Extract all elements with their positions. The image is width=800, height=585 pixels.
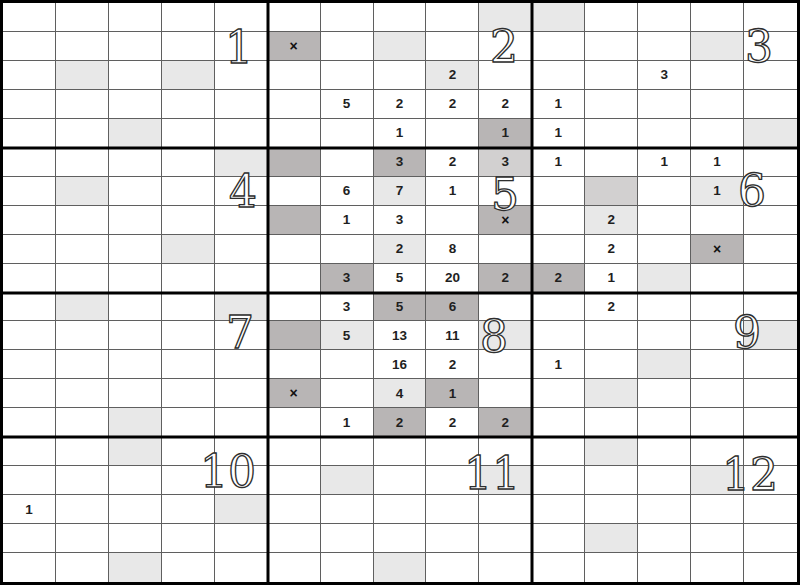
- cell-r7-c2[interactable]: [56, 177, 109, 206]
- cell-r15-c5[interactable]: [215, 408, 268, 437]
- cell-r20-c15[interactable]: [744, 553, 797, 582]
- cell-r18-c7[interactable]: [321, 495, 374, 524]
- cell-r4-c3[interactable]: [109, 90, 162, 119]
- cell-r1-c8[interactable]: [374, 3, 427, 32]
- cell-r1-c11[interactable]: [532, 3, 585, 32]
- cell-r18-c14[interactable]: [691, 495, 744, 524]
- cell-r8-c13[interactable]: [638, 206, 691, 235]
- cell-r8-c12[interactable]: 2: [585, 206, 638, 235]
- cell-r13-c9[interactable]: 2: [426, 350, 479, 379]
- cell-r16-c3[interactable]: [109, 437, 162, 466]
- cell-r11-c10[interactable]: [479, 293, 532, 322]
- cell-r6-c9[interactable]: 2: [426, 148, 479, 177]
- cell-r4-c1[interactable]: [3, 90, 56, 119]
- cell-r19-c3[interactable]: [109, 524, 162, 553]
- cell-r3-c9[interactable]: 2: [426, 61, 479, 90]
- cell-r15-c9[interactable]: 2: [426, 408, 479, 437]
- cell-r12-c6[interactable]: [268, 321, 321, 350]
- cell-r7-c14[interactable]: 1: [691, 177, 744, 206]
- cell-r7-c8[interactable]: 7: [374, 177, 427, 206]
- cell-r19-c11[interactable]: [532, 524, 585, 553]
- cell-r2-c12[interactable]: [585, 32, 638, 61]
- cell-r11-c8[interactable]: 5: [374, 293, 427, 322]
- cell-r12-c8[interactable]: 13: [374, 321, 427, 350]
- cell-r11-c6[interactable]: [268, 293, 321, 322]
- cell-r4-c15[interactable]: [744, 90, 797, 119]
- cell-r18-c2[interactable]: [56, 495, 109, 524]
- cell-r10-c8[interactable]: 5: [374, 264, 427, 293]
- cell-r15-c1[interactable]: [3, 408, 56, 437]
- cell-r18-c6[interactable]: [268, 495, 321, 524]
- cell-r16-c14[interactable]: [691, 437, 744, 466]
- cell-r10-c15[interactable]: [744, 264, 797, 293]
- cell-r3-c4[interactable]: [162, 61, 215, 90]
- cell-r7-c5[interactable]: [215, 177, 268, 206]
- cell-r8-c4[interactable]: [162, 206, 215, 235]
- cell-r14-c5[interactable]: [215, 379, 268, 408]
- cell-r11-c2[interactable]: [56, 293, 109, 322]
- cell-r2-c2[interactable]: [56, 32, 109, 61]
- cell-r5-c10[interactable]: 1: [479, 119, 532, 148]
- cell-r15-c6[interactable]: [268, 408, 321, 437]
- cell-r1-c6[interactable]: [268, 3, 321, 32]
- cell-r14-c7[interactable]: [321, 379, 374, 408]
- cell-r12-c13[interactable]: [638, 321, 691, 350]
- cell-r20-c6[interactable]: [268, 553, 321, 582]
- cell-r18-c3[interactable]: [109, 495, 162, 524]
- cell-r5-c9[interactable]: [426, 119, 479, 148]
- cell-r16-c2[interactable]: [56, 437, 109, 466]
- cell-r16-c11[interactable]: [532, 437, 585, 466]
- cell-r6-c1[interactable]: [3, 148, 56, 177]
- cell-r12-c1[interactable]: [3, 321, 56, 350]
- cell-r10-c13[interactable]: [638, 264, 691, 293]
- cell-r15-c15[interactable]: [744, 408, 797, 437]
- cell-r15-c7[interactable]: 1: [321, 408, 374, 437]
- cell-r2-c6[interactable]: ×: [268, 32, 321, 61]
- cell-r8-c2[interactable]: [56, 206, 109, 235]
- cell-r18-c4[interactable]: [162, 495, 215, 524]
- cell-r7-c6[interactable]: [268, 177, 321, 206]
- cell-r18-c10[interactable]: [479, 495, 532, 524]
- cell-r15-c11[interactable]: [532, 408, 585, 437]
- cell-r9-c14[interactable]: ×: [691, 235, 744, 264]
- cell-r19-c4[interactable]: [162, 524, 215, 553]
- cell-r19-c15[interactable]: [744, 524, 797, 553]
- cell-r18-c9[interactable]: [426, 495, 479, 524]
- cell-r17-c1[interactable]: [3, 466, 56, 495]
- cell-r1-c15[interactable]: [744, 3, 797, 32]
- cell-r2-c7[interactable]: [321, 32, 374, 61]
- cell-r20-c11[interactable]: [532, 553, 585, 582]
- cell-r7-c1[interactable]: [3, 177, 56, 206]
- cell-r17-c7[interactable]: [321, 466, 374, 495]
- cell-r17-c6[interactable]: [268, 466, 321, 495]
- cell-r5-c14[interactable]: [691, 119, 744, 148]
- cell-r6-c11[interactable]: 1: [532, 148, 585, 177]
- cell-r1-c1[interactable]: [3, 3, 56, 32]
- cell-r14-c10[interactable]: [479, 379, 532, 408]
- cell-r18-c8[interactable]: [374, 495, 427, 524]
- cell-r12-c9[interactable]: 11: [426, 321, 479, 350]
- cell-r5-c4[interactable]: [162, 119, 215, 148]
- cell-r11-c3[interactable]: [109, 293, 162, 322]
- cell-r17-c11[interactable]: [532, 466, 585, 495]
- cell-r12-c4[interactable]: [162, 321, 215, 350]
- cell-r4-c6[interactable]: [268, 90, 321, 119]
- cell-r8-c14[interactable]: [691, 206, 744, 235]
- cell-r19-c5[interactable]: [215, 524, 268, 553]
- cell-r12-c11[interactable]: [532, 321, 585, 350]
- cell-r17-c14[interactable]: [691, 466, 744, 495]
- cell-r12-c10[interactable]: [479, 321, 532, 350]
- cell-r7-c3[interactable]: [109, 177, 162, 206]
- cell-r7-c9[interactable]: 1: [426, 177, 479, 206]
- cell-r1-c9[interactable]: [426, 3, 479, 32]
- cell-r6-c14[interactable]: 1: [691, 148, 744, 177]
- cell-r15-c4[interactable]: [162, 408, 215, 437]
- cell-r10-c3[interactable]: [109, 264, 162, 293]
- cell-r17-c8[interactable]: [374, 466, 427, 495]
- cell-r16-c15[interactable]: [744, 437, 797, 466]
- cell-r20-c2[interactable]: [56, 553, 109, 582]
- cell-r5-c3[interactable]: [109, 119, 162, 148]
- cell-r2-c13[interactable]: [638, 32, 691, 61]
- cell-r14-c1[interactable]: [3, 379, 56, 408]
- cell-r6-c7[interactable]: [321, 148, 374, 177]
- cell-r20-c5[interactable]: [215, 553, 268, 582]
- cell-r2-c10[interactable]: [479, 32, 532, 61]
- cell-r8-c1[interactable]: [3, 206, 56, 235]
- cell-r7-c7[interactable]: 6: [321, 177, 374, 206]
- cell-r19-c12[interactable]: [585, 524, 638, 553]
- cell-r5-c1[interactable]: [3, 119, 56, 148]
- cell-r11-c15[interactable]: [744, 293, 797, 322]
- cell-r13-c15[interactable]: [744, 350, 797, 379]
- cell-r3-c12[interactable]: [585, 61, 638, 90]
- cell-r18-c11[interactable]: [532, 495, 585, 524]
- cell-r6-c12[interactable]: [585, 148, 638, 177]
- cell-r4-c13[interactable]: [638, 90, 691, 119]
- cell-r13-c13[interactable]: [638, 350, 691, 379]
- cell-r5-c8[interactable]: 1: [374, 119, 427, 148]
- cell-r8-c11[interactable]: [532, 206, 585, 235]
- cell-r1-c13[interactable]: [638, 3, 691, 32]
- cell-r11-c14[interactable]: [691, 293, 744, 322]
- cell-r17-c3[interactable]: [109, 466, 162, 495]
- cell-r15-c13[interactable]: [638, 408, 691, 437]
- cell-r3-c7[interactable]: [321, 61, 374, 90]
- cell-r3-c1[interactable]: [3, 61, 56, 90]
- cell-r3-c14[interactable]: [691, 61, 744, 90]
- cell-r8-c9[interactable]: [426, 206, 479, 235]
- cell-r10-c10[interactable]: 2: [479, 264, 532, 293]
- cell-r2-c14[interactable]: [691, 32, 744, 61]
- cell-r10-c2[interactable]: [56, 264, 109, 293]
- cell-r16-c5[interactable]: [215, 437, 268, 466]
- cell-r4-c10[interactable]: 2: [479, 90, 532, 119]
- cell-r9-c4[interactable]: [162, 235, 215, 264]
- cell-r14-c15[interactable]: [744, 379, 797, 408]
- cell-r17-c15[interactable]: [744, 466, 797, 495]
- cell-r1-c3[interactable]: [109, 3, 162, 32]
- cell-r9-c15[interactable]: [744, 235, 797, 264]
- cell-r3-c15[interactable]: [744, 61, 797, 90]
- cell-r2-c9[interactable]: [426, 32, 479, 61]
- cell-r13-c11[interactable]: 1: [532, 350, 585, 379]
- cell-r11-c7[interactable]: 3: [321, 293, 374, 322]
- cell-r14-c4[interactable]: [162, 379, 215, 408]
- cell-r7-c4[interactable]: [162, 177, 215, 206]
- cell-r14-c3[interactable]: [109, 379, 162, 408]
- cell-r20-c7[interactable]: [321, 553, 374, 582]
- cell-r15-c12[interactable]: [585, 408, 638, 437]
- cell-r19-c7[interactable]: [321, 524, 374, 553]
- cell-r6-c13[interactable]: 1: [638, 148, 691, 177]
- cell-r10-c5[interactable]: [215, 264, 268, 293]
- cell-r3-c6[interactable]: [268, 61, 321, 90]
- cell-r10-c4[interactable]: [162, 264, 215, 293]
- cell-r20-c10[interactable]: [479, 553, 532, 582]
- cell-r1-c14[interactable]: [691, 3, 744, 32]
- cell-r20-c8[interactable]: [374, 553, 427, 582]
- cell-r15-c14[interactable]: [691, 408, 744, 437]
- cell-r19-c13[interactable]: [638, 524, 691, 553]
- cell-r18-c1[interactable]: 1: [3, 495, 56, 524]
- cell-r9-c2[interactable]: [56, 235, 109, 264]
- cell-r11-c1[interactable]: [3, 293, 56, 322]
- cell-r1-c4[interactable]: [162, 3, 215, 32]
- cell-r5-c2[interactable]: [56, 119, 109, 148]
- cell-r13-c5[interactable]: [215, 350, 268, 379]
- cell-r2-c15[interactable]: [744, 32, 797, 61]
- cell-r15-c2[interactable]: [56, 408, 109, 437]
- cell-r9-c13[interactable]: [638, 235, 691, 264]
- cell-r4-c5[interactable]: [215, 90, 268, 119]
- cell-r15-c8[interactable]: 2: [374, 408, 427, 437]
- cell-r17-c12[interactable]: [585, 466, 638, 495]
- cell-r12-c15[interactable]: [744, 321, 797, 350]
- cell-r8-c6[interactable]: [268, 206, 321, 235]
- cell-r11-c12[interactable]: 2: [585, 293, 638, 322]
- cell-r13-c8[interactable]: 16: [374, 350, 427, 379]
- cell-r5-c6[interactable]: [268, 119, 321, 148]
- cell-r15-c3[interactable]: [109, 408, 162, 437]
- cell-r14-c2[interactable]: [56, 379, 109, 408]
- cell-r19-c1[interactable]: [3, 524, 56, 553]
- cell-r13-c1[interactable]: [3, 350, 56, 379]
- cell-r6-c2[interactable]: [56, 148, 109, 177]
- cell-r5-c15[interactable]: [744, 119, 797, 148]
- cell-r7-c12[interactable]: [585, 177, 638, 206]
- cell-r10-c11[interactable]: 2: [532, 264, 585, 293]
- cell-r17-c13[interactable]: [638, 466, 691, 495]
- cell-r19-c6[interactable]: [268, 524, 321, 553]
- cell-r18-c5[interactable]: [215, 495, 268, 524]
- cell-r10-c7[interactable]: 3: [321, 264, 374, 293]
- cell-r20-c14[interactable]: [691, 553, 744, 582]
- cell-r9-c5[interactable]: [215, 235, 268, 264]
- cell-r14-c9[interactable]: 1: [426, 379, 479, 408]
- cell-r17-c4[interactable]: [162, 466, 215, 495]
- cell-r12-c14[interactable]: [691, 321, 744, 350]
- cell-r20-c3[interactable]: [109, 553, 162, 582]
- cell-r18-c15[interactable]: [744, 495, 797, 524]
- cell-r4-c9[interactable]: 2: [426, 90, 479, 119]
- cell-r12-c2[interactable]: [56, 321, 109, 350]
- cell-r1-c12[interactable]: [585, 3, 638, 32]
- cell-r4-c4[interactable]: [162, 90, 215, 119]
- cell-r8-c7[interactable]: 1: [321, 206, 374, 235]
- cell-r1-c10[interactable]: [479, 3, 532, 32]
- cell-r2-c3[interactable]: [109, 32, 162, 61]
- cell-r20-c12[interactable]: [585, 553, 638, 582]
- cell-r14-c13[interactable]: [638, 379, 691, 408]
- cell-r11-c13[interactable]: [638, 293, 691, 322]
- cell-r19-c9[interactable]: [426, 524, 479, 553]
- cell-r10-c1[interactable]: [3, 264, 56, 293]
- cell-r6-c3[interactable]: [109, 148, 162, 177]
- cell-r7-c11[interactable]: [532, 177, 585, 206]
- cell-r12-c7[interactable]: 5: [321, 321, 374, 350]
- cell-r20-c9[interactable]: [426, 553, 479, 582]
- cell-r13-c6[interactable]: [268, 350, 321, 379]
- cell-r9-c12[interactable]: 2: [585, 235, 638, 264]
- cell-r5-c13[interactable]: [638, 119, 691, 148]
- cell-r5-c7[interactable]: [321, 119, 374, 148]
- cell-r13-c3[interactable]: [109, 350, 162, 379]
- cell-r8-c8[interactable]: 3: [374, 206, 427, 235]
- cell-r5-c5[interactable]: [215, 119, 268, 148]
- cell-r9-c10[interactable]: [479, 235, 532, 264]
- cell-r16-c7[interactable]: [321, 437, 374, 466]
- cell-r8-c5[interactable]: [215, 206, 268, 235]
- cell-r10-c6[interactable]: [268, 264, 321, 293]
- cell-r9-c6[interactable]: [268, 235, 321, 264]
- cell-r8-c3[interactable]: [109, 206, 162, 235]
- cell-r6-c8[interactable]: 3: [374, 148, 427, 177]
- cell-r1-c2[interactable]: [56, 3, 109, 32]
- cell-r16-c12[interactable]: [585, 437, 638, 466]
- cell-r14-c14[interactable]: [691, 379, 744, 408]
- cell-r7-c10[interactable]: [479, 177, 532, 206]
- cell-r9-c1[interactable]: [3, 235, 56, 264]
- cell-r6-c6[interactable]: [268, 148, 321, 177]
- cell-r3-c3[interactable]: [109, 61, 162, 90]
- cell-r19-c10[interactable]: [479, 524, 532, 553]
- cell-r16-c1[interactable]: [3, 437, 56, 466]
- cell-r5-c11[interactable]: 1: [532, 119, 585, 148]
- cell-r16-c9[interactable]: [426, 437, 479, 466]
- cell-r13-c14[interactable]: [691, 350, 744, 379]
- cell-r12-c3[interactable]: [109, 321, 162, 350]
- cell-r1-c7[interactable]: [321, 3, 374, 32]
- cell-r15-c10[interactable]: 2: [479, 408, 532, 437]
- cell-r2-c5[interactable]: [215, 32, 268, 61]
- cell-r19-c14[interactable]: [691, 524, 744, 553]
- cell-r9-c9[interactable]: 8: [426, 235, 479, 264]
- cell-r8-c10[interactable]: ×: [479, 206, 532, 235]
- cell-r13-c2[interactable]: [56, 350, 109, 379]
- cell-r17-c10[interactable]: [479, 466, 532, 495]
- cell-r2-c1[interactable]: [3, 32, 56, 61]
- cell-r10-c12[interactable]: 1: [585, 264, 638, 293]
- cell-r20-c1[interactable]: [3, 553, 56, 582]
- cell-r8-c15[interactable]: [744, 206, 797, 235]
- cell-r13-c7[interactable]: [321, 350, 374, 379]
- cell-r9-c11[interactable]: [532, 235, 585, 264]
- cell-r3-c2[interactable]: [56, 61, 109, 90]
- cell-r4-c14[interactable]: [691, 90, 744, 119]
- cell-r11-c9[interactable]: 6: [426, 293, 479, 322]
- cell-r9-c8[interactable]: 2: [374, 235, 427, 264]
- cell-r11-c4[interactable]: [162, 293, 215, 322]
- cell-r19-c2[interactable]: [56, 524, 109, 553]
- cell-r19-c8[interactable]: [374, 524, 427, 553]
- cell-r17-c9[interactable]: [426, 466, 479, 495]
- cell-r4-c8[interactable]: 2: [374, 90, 427, 119]
- cell-r16-c13[interactable]: [638, 437, 691, 466]
- cell-r13-c12[interactable]: [585, 350, 638, 379]
- cell-r3-c5[interactable]: [215, 61, 268, 90]
- cell-r10-c9[interactable]: 20: [426, 264, 479, 293]
- cell-r9-c3[interactable]: [109, 235, 162, 264]
- cell-r14-c11[interactable]: [532, 379, 585, 408]
- cell-r12-c12[interactable]: [585, 321, 638, 350]
- cell-r20-c4[interactable]: [162, 553, 215, 582]
- cell-r16-c4[interactable]: [162, 437, 215, 466]
- cell-r5-c12[interactable]: [585, 119, 638, 148]
- cell-r10-c14[interactable]: [691, 264, 744, 293]
- cell-r14-c6[interactable]: ×: [268, 379, 321, 408]
- cell-r17-c2[interactable]: [56, 466, 109, 495]
- cell-r6-c10[interactable]: 3: [479, 148, 532, 177]
- cell-r6-c5[interactable]: [215, 148, 268, 177]
- cell-r18-c13[interactable]: [638, 495, 691, 524]
- cell-r3-c13[interactable]: 3: [638, 61, 691, 90]
- cell-r17-c5[interactable]: [215, 466, 268, 495]
- cell-r3-c10[interactable]: [479, 61, 532, 90]
- cell-r4-c11[interactable]: 1: [532, 90, 585, 119]
- cell-r16-c6[interactable]: [268, 437, 321, 466]
- cell-r3-c11[interactable]: [532, 61, 585, 90]
- cell-r6-c4[interactable]: [162, 148, 215, 177]
- cell-r16-c10[interactable]: [479, 437, 532, 466]
- cell-r4-c7[interactable]: 5: [321, 90, 374, 119]
- cell-r14-c12[interactable]: [585, 379, 638, 408]
- cell-r20-c13[interactable]: [638, 553, 691, 582]
- cell-r2-c8[interactable]: [374, 32, 427, 61]
- cell-r11-c5[interactable]: [215, 293, 268, 322]
- cell-r18-c12[interactable]: [585, 495, 638, 524]
- cell-r13-c4[interactable]: [162, 350, 215, 379]
- cell-r9-c7[interactable]: [321, 235, 374, 264]
- cell-r7-c15[interactable]: [744, 177, 797, 206]
- cell-r14-c8[interactable]: 4: [374, 379, 427, 408]
- cell-r1-c5[interactable]: [215, 3, 268, 32]
- cell-r4-c12[interactable]: [585, 90, 638, 119]
- cell-r13-c10[interactable]: [479, 350, 532, 379]
- cell-r12-c5[interactable]: [215, 321, 268, 350]
- cell-r11-c11[interactable]: [532, 293, 585, 322]
- cell-r7-c13[interactable]: [638, 177, 691, 206]
- cell-r6-c15[interactable]: [744, 148, 797, 177]
- cell-r3-c8[interactable]: [374, 61, 427, 90]
- cell-r2-c4[interactable]: [162, 32, 215, 61]
- cell-r16-c8[interactable]: [374, 437, 427, 466]
- cell-r2-c11[interactable]: [532, 32, 585, 61]
- cell-r4-c2[interactable]: [56, 90, 109, 119]
